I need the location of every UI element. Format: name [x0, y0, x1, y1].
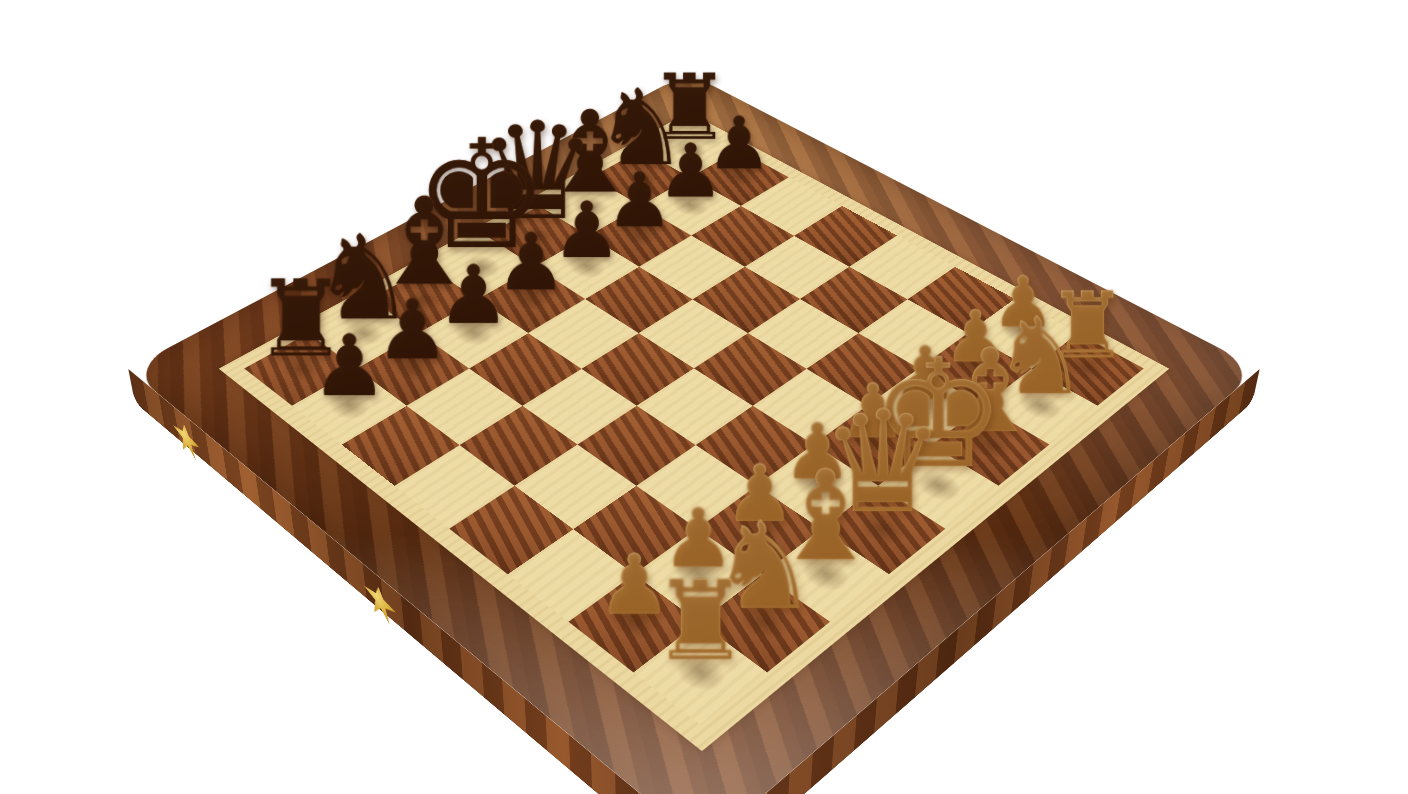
piece-black-pawn: ♟	[311, 325, 387, 410]
piece-white-rook: ♜	[651, 567, 750, 677]
scene: ♜♟♟♜♞♟♟♞♝♟♟♝♛♟♟♚♚♟♟♛♝♟♟♝♞♟♟♞♜♟♟♜	[0, 0, 1408, 794]
chess-board: ♜♟♟♜♞♟♟♞♝♟♟♝♛♟♟♚♚♟♟♛♝♟♟♝♞♟♟♞♜♟♟♜	[128, 73, 1259, 794]
photo-background: ♜♟♟♜♞♟♟♞♝♟♟♝♛♟♟♚♚♟♟♛♝♟♟♝♞♟♟♞♜♟♟♜	[0, 0, 1408, 794]
